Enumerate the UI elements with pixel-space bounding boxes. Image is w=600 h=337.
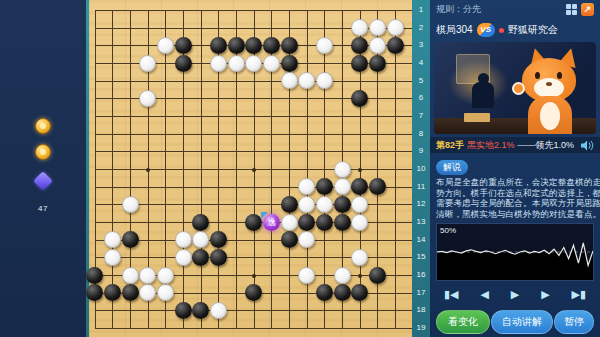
row-coordinate-label: 8 [412,129,430,139]
stone-black [387,37,404,54]
stone-black [369,55,386,72]
studio-scene-illustration [434,42,596,134]
row-coordinate-label: 5 [412,76,430,86]
stone-white [122,267,139,284]
stone-black [316,214,333,231]
right-panel: 规则：分先 ↗ 棋局304 VS 野狐研究会 [430,0,600,337]
stone-white [369,19,386,36]
stone-black [316,178,333,195]
stone-white [351,19,368,36]
stone-white [210,302,227,319]
play-button[interactable]: ▶ [511,281,519,307]
row-coordinate-label: 3 [412,40,430,50]
stone-black [351,284,368,301]
stone-white [122,196,139,213]
stone-white [369,37,386,54]
stone-black [192,214,209,231]
gift-coin-icon-2[interactable] [35,144,51,160]
stone-white [139,55,156,72]
gem-count: 47 [38,204,48,213]
stone-white [387,19,404,36]
stone-white [175,231,192,248]
stone-white [334,161,351,178]
stone-white [298,196,315,213]
stone-black [210,37,227,54]
row-coordinate-label: 2 [412,23,430,33]
stone-white [298,72,315,89]
stone-white [316,196,333,213]
stone-white [104,231,121,248]
stone-black [334,196,351,213]
move-status-bar: 第82手 黑实地2.1% ——领先1.0% [430,137,600,153]
row-coordinate-label: 14 [412,235,430,245]
stone-white [245,55,262,72]
row-coordinate-label: 6 [412,93,430,103]
stone-white [139,284,156,301]
stone-black [351,55,368,72]
action-buttons: 看变化 自动讲解 暂停 [430,307,600,337]
row-coordinate-label: 7 [412,111,430,121]
move-number: 第82手 [436,139,464,152]
stone-white [157,284,174,301]
stone-black [281,231,298,248]
go-board-surface[interactable]: 逸 [89,0,412,337]
first-move-button[interactable]: ▮◀ [444,281,459,307]
stone-black [245,284,262,301]
stone-black [86,267,103,284]
vs-badge: VS [477,23,495,37]
star-point [252,168,256,172]
commentary-section: 解说 布局是全盘的重点所在，会决定整盘棋的走 势方向。棋手们在选点和定式的选择上… [430,153,600,220]
star-point [358,274,362,278]
stone-black [351,37,368,54]
stone-black [122,231,139,248]
row-coordinate-label: 4 [412,58,430,68]
stone-white [351,249,368,266]
stone-white [157,267,174,284]
stone-white [139,90,156,107]
row-coordinate-label: 10 [412,164,430,174]
stone-white [281,72,298,89]
stone-white [139,267,156,284]
stone-black [281,55,298,72]
pause-button[interactable]: 暂停 [554,310,594,334]
row-coordinate-label: 1 [412,5,430,15]
gem-icon[interactable] [33,171,53,191]
stone-black [334,214,351,231]
menu-grid-icon[interactable] [566,4,577,15]
stone-white [157,37,174,54]
stone-white [316,72,333,89]
row-coordinate-label: 12 [412,199,430,209]
stone-black [281,37,298,54]
stone-black [369,178,386,195]
stone-black [263,37,280,54]
stone-black [351,178,368,195]
stone-black [369,267,386,284]
fox-paw [512,82,525,95]
exit-share-icon[interactable]: ↗ [581,3,594,16]
row-coordinate-label: 17 [412,288,430,298]
stone-black [175,37,192,54]
auto-commentary-button[interactable]: 自动讲解 [491,310,553,334]
row-coordinate-label: 15 [412,252,430,262]
match-bar: 棋局304 VS 野狐研究会 [430,18,600,42]
board-row-coordinates: 12345678910111213141516171819 [412,0,430,337]
winrate-midline-label: 50% [440,226,456,235]
playback-controls: ▮◀ ◀ ▶ ▶ ▶▮ [430,281,600,307]
live-dot-icon [499,28,504,33]
lead-text: ——领先1.0% [518,139,578,152]
stone-white [228,55,245,72]
star-point [146,168,150,172]
stone-black [298,214,315,231]
stone-black [228,37,245,54]
stone-white [334,178,351,195]
left-sidebar: 47 [0,0,86,337]
stone-black [122,284,139,301]
stone-white [298,178,315,195]
view-variation-button[interactable]: 看变化 [436,310,490,334]
commentary-text: 布局是全盘的重点所在，会决定整盘棋的走 势方向。棋手们在选点和定式的选择上，都 … [436,177,594,219]
top-bar: 规则：分先 ↗ [430,0,600,18]
stone-black [245,37,262,54]
stone-white [192,231,209,248]
winrate-curve [437,224,593,280]
fox-go-app: 47 逸 12345678910111213141516171819 规则：分先… [0,0,600,337]
stone-black [210,231,227,248]
stone-black [210,249,227,266]
row-coordinate-label: 13 [412,217,430,227]
rule-label: 规则：分先 [436,3,562,16]
stone-black [281,196,298,213]
stone-white [281,214,298,231]
eval-text: 黑实地2.1% [467,139,515,152]
fox-mascot [516,48,594,134]
row-coordinate-label: 16 [412,270,430,280]
stone-black [86,284,103,301]
star-point [252,274,256,278]
stone-black [351,90,368,107]
scene-goban [464,113,490,122]
stone-white [334,267,351,284]
opponent-label: 野狐研究会 [508,23,558,37]
speaker-icon[interactable] [581,140,594,151]
stone-white [175,249,192,266]
commentary-button[interactable]: 解说 [436,160,468,175]
last-move-button[interactable]: ▶▮ [571,281,586,307]
row-coordinate-label: 18 [412,305,430,315]
stone-black [192,302,209,319]
row-coordinate-label: 11 [412,182,430,192]
stone-white [263,55,280,72]
stone-white [316,37,333,54]
stone-black [316,284,333,301]
current-move-triangle-icon [261,212,268,219]
stone-white [351,196,368,213]
winrate-chart: 50% [436,223,594,281]
stone-ai-suggestion: 逸 [263,214,280,231]
room-label: 棋局304 [436,23,473,37]
gift-coin-icon-1[interactable] [35,118,51,134]
stone-black [334,284,351,301]
stone-white [104,249,121,266]
stone-black [245,214,262,231]
stone-white [298,267,315,284]
stone-black [192,249,209,266]
stone-white [210,55,227,72]
player-silhouette [472,82,494,108]
row-coordinate-label: 9 [412,146,430,156]
stone-black [104,284,121,301]
prev-move-button[interactable]: ◀ [480,281,488,307]
stone-black [175,55,192,72]
stone-white [351,214,368,231]
stone-white [298,231,315,248]
row-coordinate-label: 19 [412,323,430,333]
next-move-button[interactable]: ▶ [541,281,549,307]
stone-black [175,302,192,319]
star-point [358,168,362,172]
board-area: 逸 12345678910111213141516171819 [86,0,430,337]
